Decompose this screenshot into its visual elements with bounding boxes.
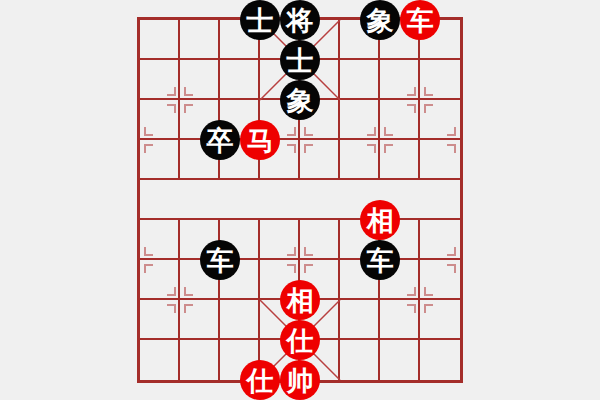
piece-red-advisor[interactable]: 仕 <box>240 360 280 400</box>
piece-red-elephant[interactable]: 相 <box>360 200 400 240</box>
piece-red-elephant[interactable]: 相 <box>280 280 320 320</box>
pieces-layer: 士将象车士象卒马相车车相仕仕帅 <box>140 20 460 380</box>
piece-red-chariot[interactable]: 车 <box>400 0 440 40</box>
piece-red-horse[interactable]: 马 <box>240 120 280 160</box>
piece-black-chariot[interactable]: 车 <box>360 240 400 280</box>
xiangqi-board-screenshot: 士将象车士象卒马相车车相仕仕帅 <box>0 0 600 400</box>
piece-black-pawn[interactable]: 卒 <box>200 120 240 160</box>
piece-black-general[interactable]: 将 <box>280 0 320 40</box>
xiangqi-board: 士将象车士象卒马相车车相仕仕帅 <box>137 17 463 383</box>
piece-black-advisor[interactable]: 士 <box>280 40 320 80</box>
piece-black-elephant[interactable]: 象 <box>360 0 400 40</box>
piece-black-elephant[interactable]: 象 <box>280 80 320 120</box>
piece-red-general[interactable]: 帅 <box>280 360 320 400</box>
piece-red-advisor[interactable]: 仕 <box>280 320 320 360</box>
piece-black-chariot[interactable]: 车 <box>200 240 240 280</box>
piece-black-advisor[interactable]: 士 <box>240 0 280 40</box>
